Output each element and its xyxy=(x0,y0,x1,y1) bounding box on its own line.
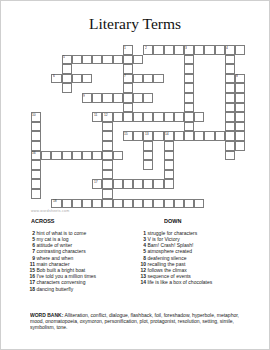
grid-cell[interactable]: 4 xyxy=(225,45,235,55)
crossword-board: 123456789101112151314161718 xyxy=(31,45,246,209)
grid-cell[interactable] xyxy=(194,112,204,122)
grid-cell[interactable] xyxy=(164,160,174,170)
grid-cell[interactable] xyxy=(143,93,153,103)
grid-cell[interactable] xyxy=(235,112,245,122)
grid-cell[interactable]: 13 xyxy=(143,131,153,141)
grid-cell[interactable] xyxy=(225,112,235,122)
grid-cell[interactable] xyxy=(133,55,143,65)
cell-number: 9 xyxy=(83,94,85,97)
grid-cell[interactable] xyxy=(184,93,194,103)
grid-cell[interactable] xyxy=(133,179,143,189)
grid-cell[interactable] xyxy=(164,179,174,189)
down-clue: 14life is like a box of chocolates xyxy=(140,280,265,286)
grid-cell[interactable] xyxy=(225,93,235,103)
grid-cell[interactable] xyxy=(225,122,235,132)
grid-cell[interactable]: 16 xyxy=(31,151,41,161)
grid-cell[interactable] xyxy=(113,151,123,161)
clue-text: life is like a box of chocolates xyxy=(148,280,213,286)
grid-cell[interactable]: 5 xyxy=(62,55,72,65)
grid-cell[interactable] xyxy=(123,64,133,74)
grid-cell[interactable]: 14 xyxy=(164,131,174,141)
grid-cell[interactable] xyxy=(143,74,153,84)
grid-cell[interactable] xyxy=(164,45,174,55)
grid-cell[interactable] xyxy=(102,151,112,161)
grid-cell[interactable] xyxy=(41,151,51,161)
across-clue-list: 2hint of what is to come5my cat is a log… xyxy=(29,230,154,292)
grid-cell[interactable] xyxy=(194,45,204,55)
grid-cell[interactable] xyxy=(62,151,72,161)
cell-number: 17 xyxy=(94,180,98,183)
grid-cell[interactable] xyxy=(51,151,61,161)
grid-cell[interactable] xyxy=(225,103,235,113)
grid-cell[interactable] xyxy=(164,112,174,122)
grid-cell[interactable]: 15 xyxy=(123,131,133,141)
grid-cell[interactable] xyxy=(143,112,153,122)
grid-cell[interactable]: 9 xyxy=(82,93,92,103)
grid-cell[interactable] xyxy=(102,93,112,103)
grid-cell[interactable] xyxy=(102,122,112,132)
grid-cell[interactable] xyxy=(194,131,204,141)
grid-cell[interactable] xyxy=(225,141,235,151)
grid-cell[interactable] xyxy=(215,131,225,141)
grid-cell[interactable] xyxy=(235,141,245,151)
cell-number: 11 xyxy=(94,113,97,116)
cell-number: 6 xyxy=(53,74,55,77)
grid-cell[interactable] xyxy=(215,45,225,55)
grid-cell[interactable] xyxy=(133,93,143,103)
cell-number: 12 xyxy=(104,113,108,116)
down-clue-list: 1struggle for characters3V is for Victor… xyxy=(140,230,265,286)
grid-cell[interactable] xyxy=(143,199,153,209)
grid-cell[interactable]: 2 xyxy=(143,45,153,55)
cell-number: 8 xyxy=(236,74,238,77)
grid-cell[interactable]: 18 xyxy=(51,199,61,209)
grid-cell[interactable] xyxy=(153,112,163,122)
grid-cell[interactable] xyxy=(102,55,112,65)
grid-cell[interactable] xyxy=(62,83,72,93)
watermark: www.wordsheets.com xyxy=(31,209,69,213)
grid-cell[interactable] xyxy=(225,64,235,74)
grid-cell[interactable] xyxy=(184,199,194,209)
grid-cell[interactable] xyxy=(113,93,123,103)
grid-cell[interactable] xyxy=(235,45,245,55)
cell-number: 3 xyxy=(185,46,187,49)
grid-cell[interactable] xyxy=(194,199,204,209)
cell-number: 10 xyxy=(32,113,36,116)
grid-cell[interactable] xyxy=(204,131,214,141)
grid-cell[interactable] xyxy=(92,199,102,209)
grid-cell[interactable] xyxy=(62,74,72,84)
grid-cell[interactable] xyxy=(31,170,41,180)
grid-cell[interactable]: 11 xyxy=(92,112,102,122)
grid-cell[interactable] xyxy=(133,112,143,122)
grid-cell[interactable] xyxy=(174,199,184,209)
grid-cell[interactable] xyxy=(102,199,112,209)
grid-cell[interactable] xyxy=(113,112,123,122)
grid-cell[interactable] xyxy=(92,55,102,65)
cell-number: 7 xyxy=(124,74,126,77)
grid-cell[interactable] xyxy=(184,83,194,93)
grid-cell[interactable] xyxy=(113,55,123,65)
grid-cell[interactable] xyxy=(153,179,163,189)
grid-cell[interactable] xyxy=(153,74,163,84)
cell-number: 15 xyxy=(124,132,128,135)
worksheet-page: Literary Terms 1234567891011121513141617… xyxy=(0,0,270,350)
grid-cell[interactable] xyxy=(31,131,41,141)
grid-cell[interactable] xyxy=(184,74,194,84)
grid-cell[interactable] xyxy=(153,131,163,141)
grid-cell[interactable] xyxy=(123,83,133,93)
grid-cell[interactable] xyxy=(31,189,41,199)
grid-cell[interactable] xyxy=(164,141,174,151)
page-title: Literary Terms xyxy=(1,15,269,33)
grid-cell[interactable] xyxy=(92,93,102,103)
grid-cell[interactable] xyxy=(102,179,112,189)
grid-cell[interactable] xyxy=(102,189,112,199)
grid-cell[interactable] xyxy=(82,151,92,161)
grid-cell[interactable] xyxy=(31,179,41,189)
grid-cell[interactable] xyxy=(235,131,245,141)
grid-cell[interactable] xyxy=(133,74,143,84)
down-header: DOWN xyxy=(164,218,181,224)
grid-cell[interactable] xyxy=(153,199,163,209)
grid-cell[interactable] xyxy=(72,74,82,84)
grid-cell[interactable] xyxy=(72,55,82,65)
grid-cell[interactable] xyxy=(164,151,174,161)
grid-cell[interactable]: 8 xyxy=(235,74,245,84)
grid-cell[interactable] xyxy=(164,199,174,209)
clue-number: 14 xyxy=(140,280,146,286)
grid-cell[interactable] xyxy=(174,112,184,122)
grid-cell[interactable] xyxy=(31,141,41,151)
grid-cell[interactable] xyxy=(235,93,245,103)
cell-number: 4 xyxy=(226,46,228,49)
grid-cell[interactable] xyxy=(72,151,82,161)
grid-cell[interactable] xyxy=(72,199,82,209)
clue-text: dancing butterfly xyxy=(37,286,74,292)
grid-cell[interactable] xyxy=(62,64,72,74)
grid-cell[interactable] xyxy=(225,74,235,84)
grid-cell[interactable] xyxy=(31,122,41,132)
grid-cell[interactable] xyxy=(82,199,92,209)
grid-cell[interactable] xyxy=(225,151,235,161)
grid-cell[interactable] xyxy=(133,199,143,209)
grid-cell[interactable] xyxy=(174,45,184,55)
grid-cell[interactable] xyxy=(133,131,143,141)
cell-number: 16 xyxy=(32,151,36,154)
clue-number: 18 xyxy=(29,286,35,292)
cell-number: 5 xyxy=(63,55,65,58)
grid-cell[interactable]: 6 xyxy=(51,74,61,84)
grid-cell[interactable] xyxy=(225,131,235,141)
grid-cell[interactable]: 1 xyxy=(123,45,133,55)
grid-cell[interactable] xyxy=(225,83,235,93)
across-clue: 18dancing butterfly xyxy=(29,286,154,292)
across-header: ACROSS xyxy=(31,218,55,224)
grid-cell[interactable] xyxy=(153,45,163,55)
grid-cell[interactable] xyxy=(184,112,194,122)
grid-cell[interactable] xyxy=(184,131,194,141)
grid-cell[interactable] xyxy=(102,170,112,180)
grid-cell[interactable] xyxy=(235,83,245,93)
grid-cell[interactable]: 7 xyxy=(123,74,133,84)
grid-cell[interactable] xyxy=(174,131,184,141)
grid-cell[interactable]: 17 xyxy=(92,179,102,189)
grid-cell[interactable] xyxy=(225,55,235,65)
grid-cell[interactable] xyxy=(113,179,123,189)
grid-cell[interactable] xyxy=(82,55,92,65)
grid-cell[interactable] xyxy=(102,160,112,170)
grid-cell[interactable] xyxy=(164,170,174,180)
cell-number: 13 xyxy=(145,132,149,135)
cell-number: 1 xyxy=(124,46,126,49)
grid-cell[interactable] xyxy=(102,131,112,141)
grid-cell[interactable]: 10 xyxy=(31,112,41,122)
cell-number: 14 xyxy=(165,132,169,135)
cell-number: 18 xyxy=(53,199,57,202)
grid-cell[interactable] xyxy=(82,74,92,84)
grid-cell[interactable] xyxy=(143,160,153,170)
grid-cell[interactable] xyxy=(123,179,133,189)
word-bank-label: WORD BANK: xyxy=(30,312,63,318)
grid-cell[interactable] xyxy=(235,103,245,113)
grid-cell[interactable] xyxy=(113,199,123,209)
grid-cell[interactable] xyxy=(184,122,194,132)
grid-cell[interactable] xyxy=(235,122,245,132)
grid-cell[interactable] xyxy=(123,93,133,103)
grid-cell[interactable] xyxy=(143,141,153,151)
grid-cell[interactable]: 3 xyxy=(184,45,194,55)
grid-cell[interactable] xyxy=(123,55,133,65)
grid-cell[interactable]: 12 xyxy=(102,112,112,122)
grid-cell[interactable] xyxy=(143,179,153,189)
cell-number: 2 xyxy=(145,46,147,49)
grid-cell[interactable] xyxy=(184,64,194,74)
grid-cell[interactable] xyxy=(184,103,194,113)
grid-cell[interactable] xyxy=(62,199,72,209)
grid-cell[interactable] xyxy=(123,112,133,122)
word-bank: WORD BANK: Alliteration, conflict, dialo… xyxy=(30,312,250,331)
grid-cell[interactable] xyxy=(123,199,133,209)
grid-cell[interactable] xyxy=(92,151,102,161)
grid-cell[interactable] xyxy=(184,55,194,65)
grid-cell[interactable] xyxy=(204,45,214,55)
grid-cell[interactable] xyxy=(102,141,112,151)
grid-cell[interactable] xyxy=(123,103,133,113)
grid-cell[interactable] xyxy=(143,151,153,161)
grid-cell[interactable] xyxy=(31,160,41,170)
